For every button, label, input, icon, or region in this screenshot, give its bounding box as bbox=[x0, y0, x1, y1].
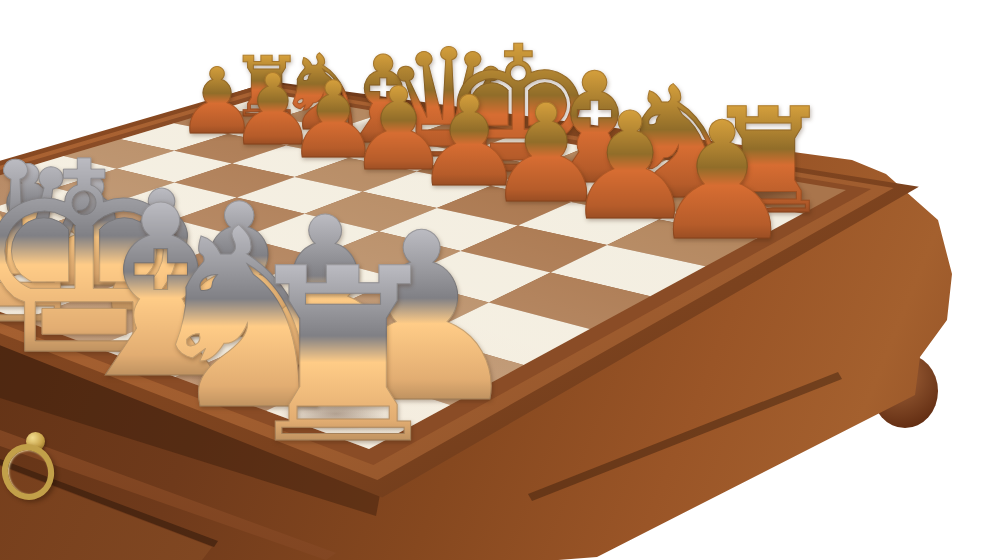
piece-white-rook-h1: ♜ bbox=[235, 238, 451, 478]
white-rook-icon: ♜ bbox=[235, 238, 451, 478]
black-pawn-icon: ♟ bbox=[649, 101, 795, 264]
chess-set-photo: ♜♞♝♛♚♝♞♜♟♟♟♟♟♟♟♟♟♟♟♟♟♟♟♝♛♚♝♞♜ bbox=[0, 0, 1000, 560]
piece-black-pawn-h7: ♟ bbox=[649, 101, 795, 264]
